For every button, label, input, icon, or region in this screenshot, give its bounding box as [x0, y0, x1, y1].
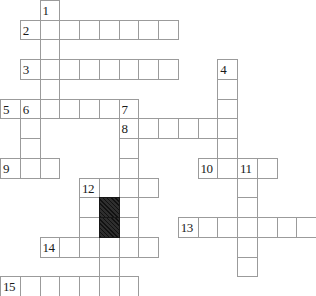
cell-r7-c1[interactable]: [20, 138, 41, 159]
cell-r6-c9[interactable]: [178, 118, 199, 139]
blocked-cell-r11-c5: [99, 217, 120, 238]
clue-number-11: 11: [240, 160, 252, 177]
cell-r5-c2[interactable]: [40, 99, 61, 120]
cell-r1-c1[interactable]: 2: [20, 20, 41, 41]
cell-r1-c8[interactable]: [158, 20, 179, 41]
clue-number-9: 9: [3, 160, 9, 177]
cell-r11-c12[interactable]: [237, 217, 258, 238]
crossword-page: 123456789101112131415: [0, 0, 316, 296]
cell-r9-c6[interactable]: [119, 178, 140, 199]
cell-r11-c4[interactable]: [79, 217, 100, 238]
cell-r3-c2[interactable]: [40, 59, 61, 80]
cell-r5-c4[interactable]: [79, 99, 100, 120]
cell-r14-c3[interactable]: [59, 276, 80, 296]
cell-r12-c4[interactable]: [79, 237, 100, 258]
clue-number-4: 4: [220, 61, 226, 78]
cell-r4-c2[interactable]: [40, 79, 61, 100]
cell-r6-c8[interactable]: [158, 118, 179, 139]
crossword-grid: 123456789101112131415: [0, 0, 316, 296]
cell-r12-c5[interactable]: [99, 237, 120, 258]
cell-r7-c6[interactable]: [119, 138, 140, 159]
cell-r9-c5[interactable]: [99, 178, 120, 199]
clue-number-10: 10: [201, 160, 213, 177]
cell-r1-c6[interactable]: [119, 20, 140, 41]
cell-r14-c6[interactable]: [119, 276, 140, 296]
cell-r9-c12[interactable]: [237, 178, 258, 199]
blocked-cell-r10-c5: [99, 197, 120, 218]
cell-r1-c5[interactable]: [99, 20, 120, 41]
cell-r1-c2[interactable]: [40, 20, 61, 41]
clue-number-8: 8: [122, 120, 128, 137]
cell-r14-c4[interactable]: [79, 276, 100, 296]
cell-r12-c6[interactable]: [119, 237, 140, 258]
cell-r11-c9[interactable]: 13: [178, 217, 199, 238]
cell-r1-c3[interactable]: [59, 20, 80, 41]
cell-r3-c4[interactable]: [79, 59, 100, 80]
cell-r1-c7[interactable]: [138, 20, 159, 41]
cell-r12-c3[interactable]: [59, 237, 80, 258]
cell-r6-c6[interactable]: 8: [119, 118, 140, 139]
clue-number-3: 3: [23, 61, 29, 78]
cell-r8-c1[interactable]: [20, 158, 41, 179]
cell-r3-c3[interactable]: [59, 59, 80, 80]
cell-r11-c11[interactable]: [217, 217, 238, 238]
cell-r11-c6[interactable]: [119, 217, 140, 238]
cell-r11-c10[interactable]: [198, 217, 219, 238]
cell-r14-c0[interactable]: 15: [0, 276, 21, 296]
cell-r6-c11[interactable]: [217, 118, 238, 139]
cell-r8-c6[interactable]: [119, 158, 140, 179]
cell-r7-c11[interactable]: [217, 138, 238, 159]
cell-r5-c11[interactable]: [217, 99, 238, 120]
clue-number-1: 1: [43, 2, 49, 19]
cell-r3-c7[interactable]: [138, 59, 159, 80]
cell-r12-c12[interactable]: [237, 237, 258, 258]
cell-r10-c4[interactable]: [79, 197, 100, 218]
clue-number-2: 2: [23, 22, 29, 39]
cell-r3-c11[interactable]: 4: [217, 59, 238, 80]
cell-r13-c12[interactable]: [237, 257, 258, 278]
cell-r6-c7[interactable]: [138, 118, 159, 139]
cell-r14-c2[interactable]: [40, 276, 61, 296]
cell-r12-c2[interactable]: 14: [40, 237, 61, 258]
cell-r11-c13[interactable]: [257, 217, 278, 238]
cell-r10-c6[interactable]: [119, 197, 140, 218]
cell-r6-c10[interactable]: [198, 118, 219, 139]
cell-r3-c5[interactable]: [99, 59, 120, 80]
cell-r10-c12[interactable]: [237, 197, 258, 218]
clue-number-7: 7: [122, 101, 128, 118]
cell-r8-c13[interactable]: [257, 158, 278, 179]
cell-r5-c0[interactable]: 5: [0, 99, 21, 120]
cell-r3-c8[interactable]: [158, 59, 179, 80]
clue-number-6: 6: [23, 101, 29, 118]
cell-r8-c10[interactable]: 10: [198, 158, 219, 179]
cell-r8-c2[interactable]: [40, 158, 61, 179]
cell-r5-c1[interactable]: 6: [20, 99, 41, 120]
cell-r6-c1[interactable]: [20, 118, 41, 139]
cell-r3-c6[interactable]: [119, 59, 140, 80]
clue-number-12: 12: [82, 180, 94, 197]
cell-r4-c11[interactable]: [217, 79, 238, 100]
cell-r8-c12[interactable]: 11: [237, 158, 258, 179]
clue-number-15: 15: [3, 278, 15, 295]
cell-r5-c5[interactable]: [99, 99, 120, 120]
cell-r13-c5[interactable]: [99, 257, 120, 278]
cell-r5-c6[interactable]: 7: [119, 99, 140, 120]
cell-r5-c3[interactable]: [59, 99, 80, 120]
clue-number-14: 14: [43, 239, 55, 256]
cell-r12-c7[interactable]: [138, 237, 159, 258]
clue-number-13: 13: [181, 219, 193, 236]
cell-r9-c4[interactable]: 12: [79, 178, 100, 199]
cell-r14-c5[interactable]: [99, 276, 120, 296]
cell-r9-c7[interactable]: [138, 178, 159, 199]
cell-r14-c1[interactable]: [20, 276, 41, 296]
cell-r0-c2[interactable]: 1: [40, 0, 61, 21]
cell-r1-c4[interactable]: [79, 20, 100, 41]
cell-r3-c1[interactable]: 3: [20, 59, 41, 80]
cell-r2-c2[interactable]: [40, 39, 61, 60]
cell-r11-c14[interactable]: [277, 217, 298, 238]
cell-r8-c0[interactable]: 9: [0, 158, 21, 179]
cell-r11-c15[interactable]: [296, 217, 316, 238]
clue-number-5: 5: [3, 101, 9, 118]
cell-r8-c11[interactable]: [217, 158, 238, 179]
